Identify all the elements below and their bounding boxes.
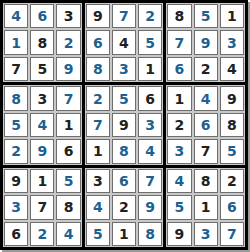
sudoku-cell-r4c2[interactable]: 3 xyxy=(30,86,54,110)
box-divider-horizontal-1 xyxy=(3,82,245,85)
sudoku-cell-r5c5[interactable]: 9 xyxy=(112,113,136,137)
sudoku-cell-r9c7[interactable]: 9 xyxy=(167,222,191,246)
sudoku-cell-r3c6[interactable]: 1 xyxy=(138,57,162,81)
sudoku-cell-r9c9[interactable]: 7 xyxy=(220,222,244,246)
sudoku-cell-r2c2[interactable]: 8 xyxy=(30,30,54,54)
sudoku-cell-r4c9[interactable]: 9 xyxy=(220,86,244,110)
sudoku-cell-r9c5[interactable]: 1 xyxy=(112,222,136,246)
sudoku-cell-r3c4[interactable]: 8 xyxy=(86,57,110,81)
sudoku-cell-r1c6[interactable]: 2 xyxy=(138,4,162,28)
sudoku-cell-r8c2[interactable]: 7 xyxy=(30,195,54,219)
sudoku-cell-r4c3[interactable]: 7 xyxy=(56,86,80,110)
sudoku-cell-r7c3[interactable]: 5 xyxy=(56,169,80,193)
sudoku-cell-r9c4[interactable]: 5 xyxy=(86,222,110,246)
sudoku-cell-r8c4[interactable]: 4 xyxy=(86,195,110,219)
sudoku-cell-r9c6[interactable]: 8 xyxy=(138,222,162,246)
sudoku-cell-r7c8[interactable]: 8 xyxy=(194,169,218,193)
sudoku-cell-r7c4[interactable]: 3 xyxy=(86,169,110,193)
sudoku-cell-r7c1[interactable]: 9 xyxy=(4,169,28,193)
sudoku-cell-r3c1[interactable]: 7 xyxy=(4,57,28,81)
sudoku-cell-r4c7[interactable]: 1 xyxy=(167,86,191,110)
box-divider-vertical-1 xyxy=(82,3,85,247)
sudoku-board: 4639728511826457937598316248372561495417… xyxy=(0,0,248,250)
sudoku-cell-r8c5[interactable]: 2 xyxy=(112,195,136,219)
sudoku-cell-r5c6[interactable]: 3 xyxy=(138,113,162,137)
sudoku-cell-r6c7[interactable]: 3 xyxy=(167,139,191,163)
sudoku-cell-r2c3[interactable]: 2 xyxy=(56,30,80,54)
box-divider-horizontal-2 xyxy=(3,165,245,168)
sudoku-cell-r6c1[interactable]: 2 xyxy=(4,139,28,163)
sudoku-cell-r4c6[interactable]: 6 xyxy=(138,86,162,110)
sudoku-cell-r9c1[interactable]: 6 xyxy=(4,222,28,246)
sudoku-cell-r3c7[interactable]: 6 xyxy=(167,57,191,81)
sudoku-cell-r3c5[interactable]: 3 xyxy=(112,57,136,81)
sudoku-cell-r7c7[interactable]: 4 xyxy=(167,169,191,193)
sudoku-cell-r6c6[interactable]: 4 xyxy=(138,139,162,163)
sudoku-cell-r4c4[interactable]: 2 xyxy=(86,86,110,110)
sudoku-cell-r6c3[interactable]: 6 xyxy=(56,139,80,163)
sudoku-cell-r1c2[interactable]: 6 xyxy=(30,4,54,28)
sudoku-cell-r1c5[interactable]: 7 xyxy=(112,4,136,28)
sudoku-cell-r3c3[interactable]: 9 xyxy=(56,57,80,81)
sudoku-cell-r1c3[interactable]: 3 xyxy=(56,4,80,28)
sudoku-cell-r3c2[interactable]: 5 xyxy=(30,57,54,81)
sudoku-cell-r7c5[interactable]: 6 xyxy=(112,169,136,193)
sudoku-cell-r5c7[interactable]: 2 xyxy=(167,113,191,137)
sudoku-cell-r8c8[interactable]: 1 xyxy=(194,195,218,219)
sudoku-cell-r8c9[interactable]: 6 xyxy=(220,195,244,219)
sudoku-cell-r1c1[interactable]: 4 xyxy=(4,4,28,28)
sudoku-cell-r4c8[interactable]: 4 xyxy=(194,86,218,110)
sudoku-cell-r8c3[interactable]: 8 xyxy=(56,195,80,219)
sudoku-cell-r1c7[interactable]: 8 xyxy=(167,4,191,28)
sudoku-cell-r2c8[interactable]: 9 xyxy=(194,30,218,54)
sudoku-cell-r5c2[interactable]: 4 xyxy=(30,113,54,137)
sudoku-cell-r5c8[interactable]: 6 xyxy=(194,113,218,137)
sudoku-cell-r7c2[interactable]: 1 xyxy=(30,169,54,193)
sudoku-cell-r4c1[interactable]: 8 xyxy=(4,86,28,110)
sudoku-cell-r2c7[interactable]: 7 xyxy=(167,30,191,54)
sudoku-cell-r5c1[interactable]: 5 xyxy=(4,113,28,137)
sudoku-cell-r3c8[interactable]: 2 xyxy=(194,57,218,81)
sudoku-cell-r6c2[interactable]: 9 xyxy=(30,139,54,163)
sudoku-cell-r7c9[interactable]: 2 xyxy=(220,169,244,193)
sudoku-cell-r6c9[interactable]: 5 xyxy=(220,139,244,163)
sudoku-cell-r2c5[interactable]: 4 xyxy=(112,30,136,54)
sudoku-cell-r2c6[interactable]: 5 xyxy=(138,30,162,54)
sudoku-cell-r6c4[interactable]: 1 xyxy=(86,139,110,163)
sudoku-cell-r1c9[interactable]: 1 xyxy=(220,4,244,28)
sudoku-cell-r1c4[interactable]: 9 xyxy=(86,4,110,28)
sudoku-cell-r9c8[interactable]: 3 xyxy=(194,222,218,246)
box-divider-vertical-2 xyxy=(163,3,166,247)
sudoku-cell-r4c5[interactable]: 5 xyxy=(112,86,136,110)
sudoku-cell-r6c5[interactable]: 8 xyxy=(112,139,136,163)
sudoku-cell-r8c6[interactable]: 9 xyxy=(138,195,162,219)
sudoku-cell-r2c4[interactable]: 6 xyxy=(86,30,110,54)
sudoku-cell-r5c4[interactable]: 7 xyxy=(86,113,110,137)
sudoku-cell-r5c3[interactable]: 1 xyxy=(56,113,80,137)
sudoku-cell-r9c2[interactable]: 2 xyxy=(30,222,54,246)
sudoku-cell-r8c1[interactable]: 3 xyxy=(4,195,28,219)
sudoku-cell-r9c3[interactable]: 4 xyxy=(56,222,80,246)
sudoku-cell-r6c8[interactable]: 7 xyxy=(194,139,218,163)
sudoku-cell-r1c8[interactable]: 5 xyxy=(194,4,218,28)
sudoku-cell-r5c9[interactable]: 8 xyxy=(220,113,244,137)
sudoku-cell-r8c7[interactable]: 5 xyxy=(167,195,191,219)
sudoku-cell-r2c9[interactable]: 3 xyxy=(220,30,244,54)
sudoku-cell-r2c1[interactable]: 1 xyxy=(4,30,28,54)
sudoku-cell-r7c6[interactable]: 7 xyxy=(138,169,162,193)
sudoku-cell-r3c9[interactable]: 4 xyxy=(220,57,244,81)
